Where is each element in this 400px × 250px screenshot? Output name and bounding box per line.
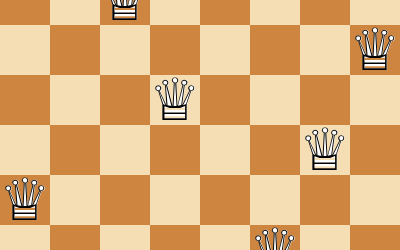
board-square-r1c6[interactable] [300, 25, 350, 75]
board-square-r0c0[interactable] [0, 0, 50, 25]
board-square-r5c0[interactable] [0, 225, 50, 250]
board-square-r0c5[interactable] [250, 0, 300, 25]
board-square-r3c2[interactable] [100, 125, 150, 175]
board-square-r5c2[interactable] [100, 225, 150, 250]
board-square-r4c0[interactable]: ♛♕ [0, 175, 50, 225]
white-queen[interactable]: ♛♕ [100, 0, 150, 25]
board-square-r2c0[interactable] [0, 75, 50, 125]
board-square-r1c1[interactable] [50, 25, 100, 75]
white-queen-outline-glyph: ♕ [150, 75, 200, 125]
board-square-r1c2[interactable] [100, 25, 150, 75]
board-square-r1c4[interactable] [200, 25, 250, 75]
chessboard-viewport: ♛♕♛♕♛♕♛♕♛♕♛♕ [0, 0, 400, 250]
board-square-r4c1[interactable] [50, 175, 100, 225]
board-square-r4c2[interactable] [100, 175, 150, 225]
board-square-r0c6[interactable] [300, 0, 350, 25]
white-queen[interactable]: ♛♕ [300, 125, 350, 175]
white-queen[interactable]: ♛♕ [350, 25, 400, 75]
board-square-r0c2[interactable]: ♛♕ [100, 0, 150, 25]
white-queen[interactable]: ♛♕ [0, 175, 50, 225]
board-square-r2c1[interactable] [50, 75, 100, 125]
board-square-r0c3[interactable] [150, 0, 200, 25]
white-queen[interactable]: ♛♕ [250, 225, 300, 250]
white-queen-outline-glyph: ♕ [300, 125, 350, 175]
board-square-r1c7[interactable]: ♛♕ [350, 25, 400, 75]
chessboard: ♛♕♛♕♛♕♛♕♛♕♛♕ [0, 0, 400, 250]
white-queen-outline-glyph: ♕ [0, 175, 50, 225]
board-square-r1c0[interactable] [0, 25, 50, 75]
board-square-r0c4[interactable] [200, 0, 250, 25]
board-square-r4c6[interactable] [300, 175, 350, 225]
board-square-r3c1[interactable] [50, 125, 100, 175]
board-square-r5c5[interactable]: ♛♕ [250, 225, 300, 250]
board-square-r3c5[interactable] [250, 125, 300, 175]
white-queen-outline-glyph: ♕ [250, 225, 300, 250]
board-square-r2c2[interactable] [100, 75, 150, 125]
board-square-r1c5[interactable] [250, 25, 300, 75]
board-square-r2c3[interactable]: ♛♕ [150, 75, 200, 125]
board-square-r2c5[interactable] [250, 75, 300, 125]
board-square-r5c4[interactable] [200, 225, 250, 250]
board-square-r0c1[interactable] [50, 0, 100, 25]
board-square-r5c6[interactable] [300, 225, 350, 250]
board-square-r4c3[interactable] [150, 175, 200, 225]
board-square-r3c6[interactable]: ♛♕ [300, 125, 350, 175]
white-queen[interactable]: ♛♕ [150, 75, 200, 125]
board-square-r2c7[interactable] [350, 75, 400, 125]
board-square-r5c1[interactable] [50, 225, 100, 250]
board-square-r2c4[interactable] [200, 75, 250, 125]
board-square-r4c7[interactable] [350, 175, 400, 225]
board-square-r5c7[interactable] [350, 225, 400, 250]
white-queen-outline-glyph: ♕ [100, 0, 150, 25]
board-square-r5c3[interactable] [150, 225, 200, 250]
board-square-r3c7[interactable] [350, 125, 400, 175]
board-square-r3c3[interactable] [150, 125, 200, 175]
board-square-r4c4[interactable] [200, 175, 250, 225]
board-square-r3c4[interactable] [200, 125, 250, 175]
white-queen-outline-glyph: ♕ [350, 25, 400, 75]
